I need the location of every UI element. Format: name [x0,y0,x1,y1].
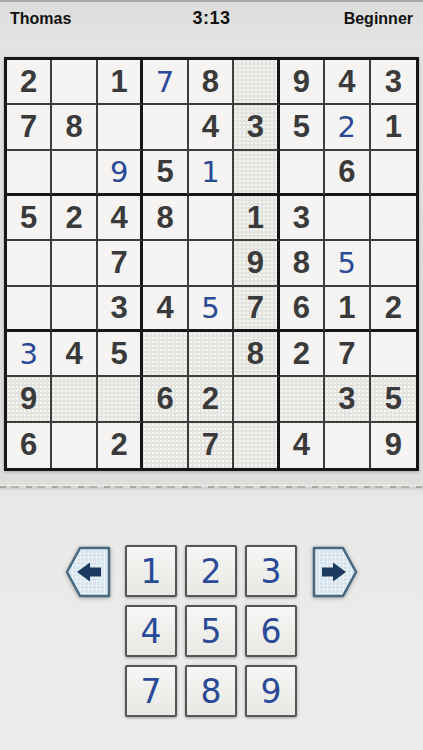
cell-r5c1[interactable] [7,241,52,286]
cell-r5c9[interactable] [371,241,416,286]
cell-r2c5[interactable]: 4 [189,105,234,150]
cell-r8c3[interactable] [98,377,143,422]
cell-r4c7[interactable]: 3 [280,196,325,241]
cell-r9c1[interactable]: 6 [7,423,52,468]
cell-r7c7[interactable]: 2 [280,332,325,377]
cell-r4c3[interactable]: 4 [98,196,143,241]
cell-r9c8[interactable] [325,423,370,468]
cell-r8c6[interactable] [234,377,279,422]
cell-r4c1[interactable]: 5 [7,196,52,241]
cell-r2c3[interactable] [98,105,143,150]
cell-r3c2[interactable] [52,151,97,196]
keypad-9-button[interactable]: 9 [245,665,297,717]
cell-r3c4[interactable]: 5 [143,151,188,196]
player-name: Thomas [10,10,192,28]
cell-r6c2[interactable] [52,287,97,332]
cell-r7c4[interactable] [143,332,188,377]
cell-r4c8[interactable] [325,196,370,241]
cell-r1c8[interactable]: 4 [325,60,370,105]
sudoku-board: 2178943784352195165248137985345761234582… [4,57,419,471]
app-screen: Thomas 3:13 Beginner 2178943784352195165… [0,0,423,750]
cell-r7c5[interactable] [189,332,234,377]
cell-r8c5[interactable]: 2 [189,377,234,422]
cell-r8c9[interactable]: 5 [371,377,416,422]
cell-r9c2[interactable] [52,423,97,468]
keypad-6-button[interactable]: 6 [245,605,297,657]
cell-r1c6[interactable] [234,60,279,105]
cell-r9c9[interactable]: 9 [371,423,416,468]
cell-r2c9[interactable]: 1 [371,105,416,150]
cell-r7c6[interactable]: 8 [234,332,279,377]
cell-r6c5[interactable]: 5 [189,287,234,332]
cell-r6c7[interactable]: 6 [280,287,325,332]
cell-r9c4[interactable] [143,423,188,468]
cell-r3c6[interactable] [234,151,279,196]
header-bar: Thomas 3:13 Beginner [0,8,423,29]
cell-r2c2[interactable]: 8 [52,105,97,150]
cell-r6c1[interactable] [7,287,52,332]
cell-r5c4[interactable] [143,241,188,286]
cell-r6c9[interactable]: 2 [371,287,416,332]
cell-r1c7[interactable]: 9 [280,60,325,105]
cell-r4c9[interactable] [371,196,416,241]
cell-r1c5[interactable]: 8 [189,60,234,105]
cell-r1c4[interactable]: 7 [143,60,188,105]
paper-top-edge [0,0,423,2]
keypad-1-button[interactable]: 1 [125,545,177,597]
cell-r7c3[interactable]: 5 [98,332,143,377]
cell-r2c4[interactable] [143,105,188,150]
cell-r6c8[interactable]: 1 [325,287,370,332]
cell-r4c5[interactable] [189,196,234,241]
cell-r2c8[interactable]: 2 [325,105,370,150]
cell-r9c7[interactable]: 4 [280,423,325,468]
cell-r6c6[interactable]: 7 [234,287,279,332]
cell-r8c4[interactable]: 6 [143,377,188,422]
cell-r8c2[interactable] [52,377,97,422]
keypad-7-button[interactable]: 7 [125,665,177,717]
keypad-grid: 123456789 [125,545,297,717]
cell-r2c6[interactable]: 3 [234,105,279,150]
cell-r6c4[interactable]: 4 [143,287,188,332]
keypad-3-button[interactable]: 3 [245,545,297,597]
keypad-5-button[interactable]: 5 [185,605,237,657]
cell-r7c2[interactable]: 4 [52,332,97,377]
cell-r1c1[interactable]: 2 [7,60,52,105]
keypad-8-button[interactable]: 8 [185,665,237,717]
cell-r5c6[interactable]: 9 [234,241,279,286]
cell-r5c8[interactable]: 5 [325,241,370,286]
cell-r7c8[interactable]: 7 [325,332,370,377]
left-arrow-icon [64,545,112,599]
right-arrow-icon [311,545,359,599]
cell-r9c5[interactable]: 7 [189,423,234,468]
keypad-2-button[interactable]: 2 [185,545,237,597]
cell-r4c2[interactable]: 2 [52,196,97,241]
cell-r7c9[interactable] [371,332,416,377]
cell-r3c8[interactable]: 6 [325,151,370,196]
cell-r8c1[interactable]: 9 [7,377,52,422]
cell-r5c7[interactable]: 8 [280,241,325,286]
cell-r1c3[interactable]: 1 [98,60,143,105]
cell-r8c7[interactable] [280,377,325,422]
cell-r6c3[interactable]: 3 [98,287,143,332]
cell-r3c1[interactable] [7,151,52,196]
cell-r9c6[interactable] [234,423,279,468]
cell-r3c5[interactable]: 1 [189,151,234,196]
cell-r8c8[interactable]: 3 [325,377,370,422]
cell-r1c2[interactable] [52,60,97,105]
prev-arrow-button[interactable] [64,545,112,599]
cell-r1c9[interactable]: 3 [371,60,416,105]
cell-r3c7[interactable] [280,151,325,196]
cell-r2c7[interactable]: 5 [280,105,325,150]
difficulty-label: Beginner [231,10,413,28]
cell-r4c6[interactable]: 1 [234,196,279,241]
cell-r4c4[interactable]: 8 [143,196,188,241]
cell-r5c2[interactable] [52,241,97,286]
torn-paper-seam [0,486,423,488]
keypad-4-button[interactable]: 4 [125,605,177,657]
cell-r5c3[interactable]: 7 [98,241,143,286]
cell-r5c5[interactable] [189,241,234,286]
cell-r2c1[interactable]: 7 [7,105,52,150]
cell-r7c1[interactable]: 3 [7,332,52,377]
cell-r9c3[interactable]: 2 [98,423,143,468]
cell-r3c3[interactable]: 9 [98,151,143,196]
cell-r3c9[interactable] [371,151,416,196]
next-arrow-button[interactable] [311,545,359,599]
game-timer: 3:13 [192,8,230,29]
